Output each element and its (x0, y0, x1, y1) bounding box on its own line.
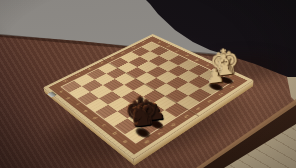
coord-label-h: h (53, 87, 68, 97)
chess-board: aa88bb77cc66dd55ee44ff33gg22hh11 ♜♞♝♛♚♝♞… (43, 34, 253, 159)
black-knight-glyph: ♞ (128, 102, 156, 131)
board-scene: aa88bb77cc66dd55ee44ff33gg22hh11 ♜♞♝♛♚♝♞… (0, 0, 296, 168)
white-pawn-glyph: ♟ (206, 66, 225, 86)
photo-canvas: aa88bb77cc66dd55ee44ff33gg22hh11 ♜♞♝♛♚♝♞… (0, 0, 296, 168)
